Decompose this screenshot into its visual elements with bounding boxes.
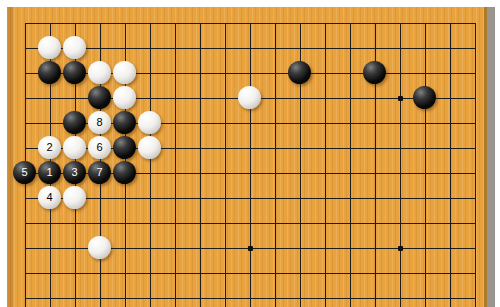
stone-white-move-6: 6 [88, 136, 111, 159]
stone-black [113, 136, 136, 159]
stone-white [138, 136, 161, 159]
stone-black [88, 86, 111, 109]
grid-line-horizontal [25, 198, 476, 199]
stone-black-move-3: 3 [63, 161, 86, 184]
grid-line-vertical [200, 23, 201, 307]
stone-black [288, 61, 311, 84]
star-point [398, 96, 403, 101]
stone-white-move-2: 2 [38, 136, 61, 159]
move-number-label: 6 [96, 142, 102, 153]
stone-black-move-7: 7 [88, 161, 111, 184]
stone-black-move-1: 1 [38, 161, 61, 184]
grid-line-horizontal [25, 298, 476, 299]
grid-line-horizontal [25, 223, 476, 224]
stone-black [113, 161, 136, 184]
grid-line-vertical [475, 23, 476, 307]
stone-white [238, 86, 261, 109]
stone-black [63, 61, 86, 84]
stone-white-move-8: 8 [88, 111, 111, 134]
move-number-label: 1 [46, 167, 52, 178]
stone-white [113, 61, 136, 84]
grid-line-vertical [400, 23, 401, 307]
grid-line-vertical [450, 23, 451, 307]
grid-line-vertical [275, 23, 276, 307]
star-point [248, 246, 253, 251]
stone-white [63, 186, 86, 209]
move-number-label: 5 [21, 167, 27, 178]
stone-white [138, 111, 161, 134]
grid-line-vertical [425, 23, 426, 307]
stone-black-move-5: 5 [13, 161, 36, 184]
stone-black [38, 61, 61, 84]
grid-line-horizontal [25, 23, 476, 24]
move-number-label: 7 [96, 167, 102, 178]
move-number-label: 8 [96, 117, 102, 128]
stone-white [88, 236, 111, 259]
move-number-label: 2 [46, 142, 52, 153]
stone-white [88, 61, 111, 84]
stone-black [113, 111, 136, 134]
move-number-label: 4 [46, 192, 52, 203]
screenshot-root: 82651374 [0, 0, 500, 307]
board-right-shadow [487, 7, 495, 307]
move-number-label: 3 [71, 167, 77, 178]
grid-line-vertical [325, 23, 326, 307]
stone-white [113, 86, 136, 109]
grid-line-vertical [250, 23, 251, 307]
stone-black [63, 111, 86, 134]
grid-line-vertical [225, 23, 226, 307]
stone-black [363, 61, 386, 84]
stone-white-move-4: 4 [38, 186, 61, 209]
stone-white [63, 36, 86, 59]
grid-line-horizontal [25, 273, 476, 274]
grid-line-horizontal [25, 48, 476, 49]
board-left-edge-shading [7, 7, 13, 307]
stone-white [38, 36, 61, 59]
grid-line-vertical [350, 23, 351, 307]
grid-line-vertical [175, 23, 176, 307]
stone-white [63, 136, 86, 159]
star-point [398, 246, 403, 251]
grid-line-vertical [150, 23, 151, 307]
stone-black [413, 86, 436, 109]
